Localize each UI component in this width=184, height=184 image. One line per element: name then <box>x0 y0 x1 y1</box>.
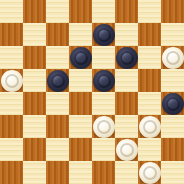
square-d2[interactable] <box>69 138 92 161</box>
square-g7[interactable] <box>138 23 161 46</box>
square-b3[interactable] <box>23 115 46 138</box>
square-c2[interactable] <box>46 138 69 161</box>
square-c5[interactable] <box>46 69 69 92</box>
square-c1[interactable] <box>46 161 69 184</box>
square-h4[interactable] <box>161 92 184 115</box>
square-g2[interactable] <box>138 138 161 161</box>
square-e3[interactable] <box>92 115 115 138</box>
square-a4[interactable] <box>0 92 23 115</box>
square-c6[interactable] <box>46 46 69 69</box>
square-h2[interactable] <box>161 138 184 161</box>
square-a7[interactable] <box>0 23 23 46</box>
square-f8[interactable] <box>115 0 138 23</box>
square-c8[interactable] <box>46 0 69 23</box>
square-f4[interactable] <box>115 92 138 115</box>
square-h8[interactable] <box>161 0 184 23</box>
square-b1[interactable] <box>23 161 46 184</box>
square-d8[interactable] <box>69 0 92 23</box>
square-g4[interactable] <box>138 92 161 115</box>
square-h3[interactable] <box>161 115 184 138</box>
square-e7[interactable] <box>92 23 115 46</box>
square-f2[interactable] <box>115 138 138 161</box>
black-piece[interactable] <box>47 70 69 92</box>
square-h5[interactable] <box>161 69 184 92</box>
square-g3[interactable] <box>138 115 161 138</box>
square-e2[interactable] <box>92 138 115 161</box>
square-d6[interactable] <box>69 46 92 69</box>
square-b7[interactable] <box>23 23 46 46</box>
square-g1[interactable] <box>138 161 161 184</box>
square-a3[interactable] <box>0 115 23 138</box>
square-a8[interactable] <box>0 0 23 23</box>
square-f3[interactable] <box>115 115 138 138</box>
square-a1[interactable] <box>0 161 23 184</box>
square-g8[interactable] <box>138 0 161 23</box>
white-piece[interactable] <box>139 162 161 184</box>
square-b4[interactable] <box>23 92 46 115</box>
square-e6[interactable] <box>92 46 115 69</box>
white-piece[interactable] <box>93 116 115 138</box>
square-f5[interactable] <box>115 69 138 92</box>
square-d3[interactable] <box>69 115 92 138</box>
square-d5[interactable] <box>69 69 92 92</box>
square-b6[interactable] <box>23 46 46 69</box>
square-g5[interactable] <box>138 69 161 92</box>
square-b8[interactable] <box>23 0 46 23</box>
square-e1[interactable] <box>92 161 115 184</box>
white-piece[interactable] <box>116 139 138 161</box>
black-piece[interactable] <box>162 93 184 115</box>
square-h6[interactable] <box>161 46 184 69</box>
square-g6[interactable] <box>138 46 161 69</box>
white-piece[interactable] <box>1 70 23 92</box>
black-piece[interactable] <box>70 47 92 69</box>
black-piece[interactable] <box>93 24 115 46</box>
board <box>0 0 184 184</box>
square-b2[interactable] <box>23 138 46 161</box>
square-d7[interactable] <box>69 23 92 46</box>
square-a5[interactable] <box>0 69 23 92</box>
square-f1[interactable] <box>115 161 138 184</box>
square-c3[interactable] <box>46 115 69 138</box>
square-f6[interactable] <box>115 46 138 69</box>
white-piece[interactable] <box>162 47 184 69</box>
white-piece[interactable] <box>139 116 161 138</box>
square-h1[interactable] <box>161 161 184 184</box>
square-c7[interactable] <box>46 23 69 46</box>
black-piece[interactable] <box>93 70 115 92</box>
square-b5[interactable] <box>23 69 46 92</box>
square-f7[interactable] <box>115 23 138 46</box>
square-e4[interactable] <box>92 92 115 115</box>
black-piece[interactable] <box>116 47 138 69</box>
square-e5[interactable] <box>92 69 115 92</box>
square-c4[interactable] <box>46 92 69 115</box>
square-h7[interactable] <box>161 23 184 46</box>
square-e8[interactable] <box>92 0 115 23</box>
square-a2[interactable] <box>0 138 23 161</box>
square-a6[interactable] <box>0 46 23 69</box>
square-d1[interactable] <box>69 161 92 184</box>
square-d4[interactable] <box>69 92 92 115</box>
